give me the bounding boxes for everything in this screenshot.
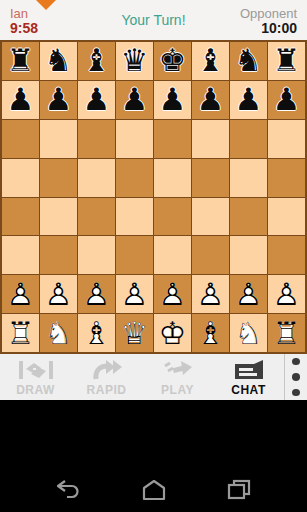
square-f4[interactable]: [192, 198, 229, 236]
square-g7[interactable]: ♟: [230, 81, 267, 119]
home-icon: [140, 479, 168, 501]
square-e8[interactable]: ♚: [154, 42, 191, 80]
square-f8[interactable]: ♝: [192, 42, 229, 80]
piece-black-rook[interactable]: ♜: [7, 45, 35, 76]
square-c2[interactable]: ♟♙: [78, 275, 115, 313]
screen-lower-area: [0, 402, 307, 512]
square-h5[interactable]: [268, 159, 305, 197]
opponent-name: Opponent: [240, 7, 297, 21]
piece-black-pawn[interactable]: ♟: [7, 84, 35, 115]
piece-black-bishop[interactable]: ♝: [197, 45, 225, 76]
square-f7[interactable]: ♟: [192, 81, 229, 119]
piece-black-pawn[interactable]: ♟: [159, 84, 187, 115]
square-c5[interactable]: [78, 159, 115, 197]
square-g5[interactable]: [230, 159, 267, 197]
game-status-bar: Ian 9:58 Your Turn! Opponent 10:00: [0, 0, 307, 40]
square-d4[interactable]: [116, 198, 153, 236]
piece-black-pawn[interactable]: ♟: [45, 84, 73, 115]
square-h3[interactable]: [268, 236, 305, 274]
square-d2[interactable]: ♟♙: [116, 275, 153, 313]
home-button[interactable]: [140, 479, 168, 501]
speed-arrow-icon: [161, 359, 195, 381]
piece-white-pawn[interactable]: ♟♙: [45, 279, 73, 310]
opponent-clock-panel: Opponent 10:00: [240, 0, 307, 40]
draw-button-label: DRAW: [16, 383, 55, 397]
piece-white-pawn[interactable]: ♟♙: [235, 279, 263, 310]
rapid-button-label: RAPID: [87, 383, 127, 397]
menu-dot-icon: [292, 373, 300, 380]
square-a4[interactable]: [2, 198, 39, 236]
square-a8[interactable]: ♜: [2, 42, 39, 80]
square-g8[interactable]: ♞: [230, 42, 267, 80]
square-f2[interactable]: ♟♙: [192, 275, 229, 313]
square-h6[interactable]: [268, 120, 305, 158]
piece-black-pawn[interactable]: ♟: [121, 84, 149, 115]
square-e1[interactable]: ♚♔: [154, 314, 191, 352]
piece-black-pawn[interactable]: ♟: [83, 84, 111, 115]
draw-button[interactable]: DRAW: [0, 354, 71, 400]
back-arrow-icon: [55, 479, 83, 501]
piece-black-pawn[interactable]: ♟: [235, 84, 263, 115]
square-b2[interactable]: ♟♙: [40, 275, 77, 313]
square-b4[interactable]: [40, 198, 77, 236]
square-e6[interactable]: [154, 120, 191, 158]
square-c4[interactable]: [78, 198, 115, 236]
piece-black-knight[interactable]: ♞: [235, 45, 263, 76]
square-d3[interactable]: [116, 236, 153, 274]
player-clock-panel: Ian 9:58: [0, 0, 38, 40]
square-b6[interactable]: [40, 120, 77, 158]
play-button-label: PLAY: [161, 383, 194, 397]
square-a7[interactable]: ♟: [2, 81, 39, 119]
piece-white-pawn[interactable]: ♟♙: [7, 279, 35, 310]
square-e5[interactable]: [154, 159, 191, 197]
piece-white-king[interactable]: ♚♔: [159, 318, 187, 349]
square-b7[interactable]: ♟: [40, 81, 77, 119]
square-f3[interactable]: [192, 236, 229, 274]
play-button[interactable]: PLAY: [142, 354, 213, 400]
square-f5[interactable]: [192, 159, 229, 197]
square-a5[interactable]: [2, 159, 39, 197]
square-g1[interactable]: ♞♘: [230, 314, 267, 352]
piece-black-bishop[interactable]: ♝: [83, 45, 111, 76]
back-button[interactable]: [55, 479, 83, 501]
square-a2[interactable]: ♟♙: [2, 275, 39, 313]
opponent-clock: 10:00: [240, 21, 297, 36]
square-a3[interactable]: [2, 236, 39, 274]
square-g3[interactable]: [230, 236, 267, 274]
menu-dot-icon: [292, 358, 300, 365]
piece-white-pawn[interactable]: ♟♙: [197, 279, 225, 310]
piece-black-pawn[interactable]: ♟: [197, 84, 225, 115]
square-c8[interactable]: ♝: [78, 42, 115, 80]
square-b1[interactable]: ♞♘: [40, 314, 77, 352]
rapid-button[interactable]: RAPID: [71, 354, 142, 400]
piece-white-queen[interactable]: ♛♕: [121, 318, 149, 349]
piece-black-knight[interactable]: ♞: [45, 45, 73, 76]
handshake-icon: [18, 359, 54, 381]
square-h4[interactable]: [268, 198, 305, 236]
square-f1[interactable]: ♝♗: [192, 314, 229, 352]
piece-black-pawn[interactable]: ♟: [273, 84, 301, 115]
turn-indicator-triangle-icon: [36, 0, 56, 10]
square-b3[interactable]: [40, 236, 77, 274]
piece-white-rook[interactable]: ♜♖: [7, 318, 35, 349]
square-d6[interactable]: [116, 120, 153, 158]
piece-white-bishop[interactable]: ♝♗: [83, 318, 111, 349]
menu-dot-icon: [292, 389, 300, 396]
square-c7[interactable]: ♟: [78, 81, 115, 119]
overflow-menu-button[interactable]: [284, 354, 307, 400]
square-a6[interactable]: [2, 120, 39, 158]
square-b5[interactable]: [40, 159, 77, 197]
square-g2[interactable]: ♟♙: [230, 275, 267, 313]
square-c6[interactable]: [78, 120, 115, 158]
piece-white-pawn[interactable]: ♟♙: [159, 279, 187, 310]
square-h1[interactable]: ♜♖: [268, 314, 305, 352]
square-g6[interactable]: [230, 120, 267, 158]
piece-black-rook[interactable]: ♜: [273, 45, 301, 76]
piece-white-pawn[interactable]: ♟♙: [273, 279, 301, 310]
square-h8[interactable]: ♜: [268, 42, 305, 80]
speech-bubble-icon: [232, 359, 266, 381]
square-d1[interactable]: ♛♕: [116, 314, 153, 352]
square-d8[interactable]: ♛: [116, 42, 153, 80]
app-screen: Ian 9:58 Your Turn! Opponent 10:00 ♜♞♝♛♚…: [0, 0, 307, 512]
piece-black-king[interactable]: ♚: [159, 45, 187, 76]
square-h2[interactable]: ♟♙: [268, 275, 305, 313]
square-e2[interactable]: ♟♙: [154, 275, 191, 313]
piece-white-knight[interactable]: ♞♘: [235, 318, 263, 349]
player-name: Ian: [10, 7, 38, 21]
square-a1[interactable]: ♜♖: [2, 314, 39, 352]
piece-black-queen[interactable]: ♛: [121, 45, 149, 76]
square-d5[interactable]: [116, 159, 153, 197]
piece-white-bishop[interactable]: ♝♗: [197, 318, 225, 349]
piece-white-rook[interactable]: ♜♖: [273, 318, 301, 349]
square-c1[interactable]: ♝♗: [78, 314, 115, 352]
square-h7[interactable]: ♟: [268, 81, 305, 119]
piece-white-pawn[interactable]: ♟♙: [121, 279, 149, 310]
square-e4[interactable]: [154, 198, 191, 236]
player-clock: 9:58: [10, 21, 38, 36]
square-e7[interactable]: ♟: [154, 81, 191, 119]
recent-apps-icon: [225, 479, 253, 501]
square-d7[interactable]: ♟: [116, 81, 153, 119]
square-f6[interactable]: [192, 120, 229, 158]
square-e3[interactable]: [154, 236, 191, 274]
fast-forward-arrow-icon: [90, 359, 124, 381]
chat-button[interactable]: CHAT: [213, 354, 284, 400]
piece-white-pawn[interactable]: ♟♙: [83, 279, 111, 310]
toolbar: DRAW RAPID PLAY CHAT: [0, 354, 307, 402]
piece-white-knight[interactable]: ♞♘: [45, 318, 73, 349]
square-g4[interactable]: [230, 198, 267, 236]
chess-board[interactable]: ♜♞♝♛♚♝♞♜♟♟♟♟♟♟♟♟♟♙♟♙♟♙♟♙♟♙♟♙♟♙♟♙♜♖♞♘♝♗♛♕…: [0, 40, 307, 354]
square-c3[interactable]: [78, 236, 115, 274]
android-navigation-bar: [0, 474, 307, 506]
square-b8[interactable]: ♞: [40, 42, 77, 80]
recents-button[interactable]: [225, 479, 253, 501]
chat-button-label: CHAT: [231, 383, 265, 397]
